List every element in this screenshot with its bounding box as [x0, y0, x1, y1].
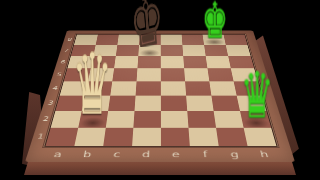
- green-queen-glyph: ♛: [240, 63, 273, 126]
- file-label-h: h: [248, 146, 281, 162]
- piece-green-king-g8[interactable]: ♚: [203, 35, 226, 45]
- file-label-b: b: [71, 146, 103, 162]
- piece-green-queen-h2[interactable]: ♛: [240, 111, 271, 128]
- file-label-e: e: [161, 146, 191, 162]
- file-label-g: g: [219, 146, 251, 162]
- chess-board: 87654321 abcdefgh ♚♚♛♛: [25, 31, 295, 162]
- dark-wood-king-glyph: ♚: [128, 0, 166, 60]
- piece-light-wood-queen-b2[interactable]: ♛: [78, 111, 108, 128]
- file-labels: abcdefgh: [41, 146, 281, 162]
- green-king-glyph: ♚: [202, 0, 228, 44]
- file-label-c: c: [101, 146, 132, 162]
- file-label-a: a: [41, 146, 74, 162]
- piece-dark-wood-king-d7[interactable]: ♚: [138, 45, 160, 56]
- light-wood-queen-glyph: ♛: [72, 41, 112, 126]
- file-label-d: d: [131, 146, 161, 162]
- file-label-f: f: [190, 146, 221, 162]
- pieces-layer: ♚♚♛♛: [46, 35, 277, 146]
- photo-stage: 87654321 abcdefgh ♚♚♛♛: [0, 0, 320, 180]
